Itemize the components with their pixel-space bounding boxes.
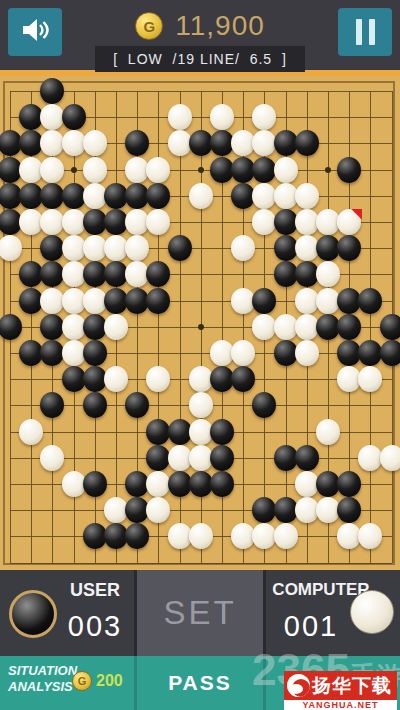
star-point bbox=[198, 324, 204, 330]
white-stone bbox=[104, 366, 128, 392]
white-stone bbox=[316, 419, 340, 445]
white-stone bbox=[168, 130, 192, 156]
pass-button[interactable]: PASS bbox=[134, 656, 266, 710]
grid-line bbox=[370, 91, 371, 563]
white-stone bbox=[62, 340, 86, 366]
black-stone bbox=[168, 419, 192, 445]
black-stone bbox=[358, 288, 382, 314]
watermark-logo-cn: 扬华下载 bbox=[312, 673, 392, 699]
black-stone bbox=[337, 157, 361, 183]
analysis-coin-icon: G bbox=[72, 671, 92, 691]
pause-icon bbox=[356, 19, 375, 45]
black-stone bbox=[337, 314, 361, 340]
white-stone bbox=[189, 392, 213, 418]
white-stone bbox=[380, 445, 400, 471]
black-stone bbox=[274, 340, 298, 366]
white-stone bbox=[62, 471, 86, 497]
black-stone bbox=[83, 392, 107, 418]
player-panels: USER 003 SET COMPUTER 001 bbox=[0, 570, 400, 656]
white-stone bbox=[146, 157, 170, 183]
white-stone bbox=[62, 288, 86, 314]
black-stone bbox=[62, 366, 86, 392]
white-stone bbox=[295, 183, 319, 209]
white-stone bbox=[83, 157, 107, 183]
computer-white-stone-avatar bbox=[350, 590, 394, 634]
white-stone bbox=[168, 523, 192, 549]
black-stone bbox=[146, 288, 170, 314]
black-stone bbox=[274, 445, 298, 471]
white-stone bbox=[62, 130, 86, 156]
watermark-logo-en: YANGHUA.NET bbox=[302, 700, 378, 710]
white-stone bbox=[62, 209, 86, 235]
white-stone bbox=[83, 130, 107, 156]
black-stone bbox=[274, 235, 298, 261]
black-stone bbox=[168, 471, 192, 497]
black-stone bbox=[274, 209, 298, 235]
white-stone bbox=[274, 157, 298, 183]
black-stone bbox=[295, 130, 319, 156]
black-stone bbox=[274, 497, 298, 523]
game-mode-info: [ LOW /19 LINE/ 6.5 ] bbox=[95, 46, 305, 72]
white-stone bbox=[274, 314, 298, 340]
star-point bbox=[198, 167, 204, 173]
black-stone bbox=[252, 157, 276, 183]
black-stone bbox=[295, 445, 319, 471]
black-stone bbox=[380, 340, 400, 366]
black-stone bbox=[380, 314, 400, 340]
black-stone bbox=[62, 104, 86, 130]
white-stone bbox=[62, 261, 86, 287]
user-panel: USER 003 bbox=[0, 570, 134, 656]
watermark-logo: 扬华下载 YANGHUA.NET bbox=[284, 671, 397, 710]
black-stone bbox=[210, 471, 234, 497]
black-stone bbox=[210, 445, 234, 471]
white-stone bbox=[189, 523, 213, 549]
white-stone bbox=[168, 445, 192, 471]
white-stone bbox=[104, 314, 128, 340]
pause-button[interactable] bbox=[338, 8, 392, 56]
go-board[interactable] bbox=[0, 76, 400, 570]
gold-coin-icon: G bbox=[135, 12, 163, 40]
pass-label: PASS bbox=[168, 671, 232, 695]
black-stone bbox=[210, 419, 234, 445]
grid-line bbox=[10, 563, 392, 564]
white-stone bbox=[19, 419, 43, 445]
black-stone bbox=[274, 261, 298, 287]
star-point bbox=[71, 167, 77, 173]
black-stone bbox=[62, 183, 86, 209]
white-stone bbox=[274, 183, 298, 209]
white-stone bbox=[274, 523, 298, 549]
white-stone bbox=[168, 104, 192, 130]
set-label: SET bbox=[163, 594, 236, 632]
computer-panel: COMPUTER 001 bbox=[266, 570, 400, 656]
black-stone bbox=[252, 288, 276, 314]
white-stone bbox=[62, 235, 86, 261]
situation-analysis-label: SITUATION ANALYSIS bbox=[8, 663, 77, 695]
white-stone bbox=[295, 340, 319, 366]
white-stone bbox=[40, 288, 64, 314]
black-stone bbox=[0, 314, 22, 340]
black-stone bbox=[146, 419, 170, 445]
watermark-fan-icon bbox=[287, 674, 310, 697]
analysis-cost: 200 bbox=[96, 672, 123, 690]
white-stone bbox=[62, 314, 86, 340]
black-stone bbox=[168, 235, 192, 261]
star-point bbox=[325, 167, 331, 173]
black-stone bbox=[83, 340, 107, 366]
black-stone bbox=[274, 130, 298, 156]
white-stone bbox=[210, 104, 234, 130]
situation-analysis-button[interactable]: SITUATION ANALYSIS G 200 bbox=[0, 656, 134, 710]
white-stone bbox=[40, 157, 64, 183]
black-stone bbox=[83, 471, 107, 497]
white-stone bbox=[189, 183, 213, 209]
money-balance: 11,900 bbox=[175, 10, 265, 42]
